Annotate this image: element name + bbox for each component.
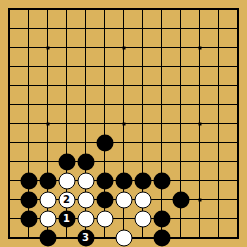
- black-stone: [96, 134, 113, 151]
- black-stone: [115, 172, 132, 189]
- black-stone: [153, 210, 170, 227]
- black-stone: [134, 172, 151, 189]
- black-stone: [39, 172, 56, 189]
- white-stone-numbered: 2: [58, 191, 75, 208]
- star-point: [198, 46, 201, 49]
- black-stone: [20, 210, 37, 227]
- move-number: 2: [63, 195, 70, 205]
- black-stone: [39, 229, 56, 246]
- star-point: [122, 46, 125, 49]
- white-stone: [77, 210, 94, 227]
- black-stone: [77, 153, 94, 170]
- star-point: [122, 122, 125, 125]
- star-point: [198, 122, 201, 125]
- black-stone: [153, 229, 170, 246]
- star-point: [46, 122, 49, 125]
- star-point: [46, 46, 49, 49]
- white-stone: [77, 172, 94, 189]
- white-stone: [115, 191, 132, 208]
- white-stone: [39, 191, 56, 208]
- black-stone: [58, 153, 75, 170]
- black-stone-numbered: 3: [77, 229, 94, 246]
- white-stone: [115, 229, 132, 246]
- move-number: 3: [82, 233, 89, 243]
- black-stone: [172, 191, 189, 208]
- white-stone: [77, 191, 94, 208]
- white-stone: [39, 210, 56, 227]
- go-board: 213: [0, 0, 247, 247]
- white-stone: [58, 172, 75, 189]
- white-stone: [134, 210, 151, 227]
- black-stone: [96, 172, 113, 189]
- white-stone: [96, 210, 113, 227]
- black-stone: [96, 191, 113, 208]
- black-stone-numbered: 1: [58, 210, 75, 227]
- black-stone: [20, 191, 37, 208]
- move-number: 1: [63, 214, 70, 224]
- white-stone: [134, 191, 151, 208]
- black-stone: [153, 172, 170, 189]
- star-point: [198, 198, 201, 201]
- black-stone: [20, 172, 37, 189]
